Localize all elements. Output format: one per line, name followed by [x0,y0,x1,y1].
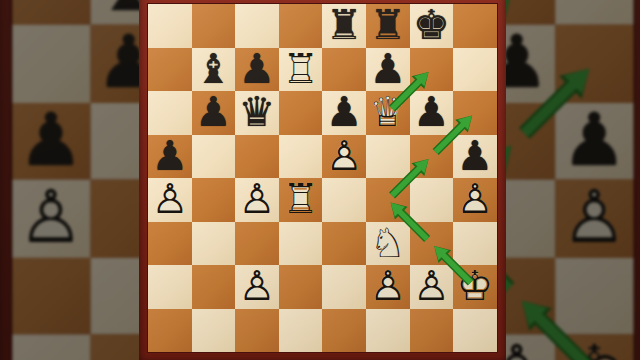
square-g2: ♟♙ [410,265,454,309]
square-e8: ♜ [322,4,366,48]
square-a7 [148,48,192,92]
square-h5: ♟ [453,135,497,179]
square-b5 [192,135,236,179]
square-b6: ♟ [192,91,236,135]
square-b4 [192,178,236,222]
square-g8: ♚ [410,4,454,48]
black-pawn-b6: ♟ [192,91,236,135]
square-g1 [410,309,454,353]
square-f5 [366,135,410,179]
black-queen-c6: ♛ [235,91,279,135]
square-c2: ♟♙ [235,265,279,309]
square-h6 [453,91,497,135]
square-b7: ♝ [192,48,236,92]
white-rook-d4: ♜♖ [279,178,323,222]
square-e5: ♟♙ [322,135,366,179]
square-a8 [148,4,192,48]
white-knight-f3: ♞♘ [366,222,410,266]
square-h2: ♚♔ [453,265,497,309]
white-pawn-a4: ♟♙ [148,178,192,222]
black-pawn-e6: ♟ [322,91,366,135]
white-king-h2: ♚♔ [453,265,497,309]
white-pawn-e5: ♟♙ [322,135,366,179]
square-d1 [279,309,323,353]
square-d6 [279,91,323,135]
square-f1 [366,309,410,353]
square-c3 [235,222,279,266]
square-b1 [192,309,236,353]
square-g5 [410,135,454,179]
black-king-g8: ♚ [410,4,454,48]
square-a6 [148,91,192,135]
square-e2 [322,265,366,309]
square-a2 [148,265,192,309]
square-g6: ♟ [410,91,454,135]
square-f7: ♟ [366,48,410,92]
square-d5 [279,135,323,179]
square-c6: ♛ [235,91,279,135]
white-pawn-c4: ♟♙ [235,178,279,222]
black-pawn-c7: ♟ [235,48,279,92]
square-d2 [279,265,323,309]
black-bishop-b7: ♝ [192,48,236,92]
board-assembly: ♜♜♚♝♟♜♖♟♟♛♟♛♕♟♟♟♙♟♟♙♟♙♜♖♟♙♞♘♟♙♟♙♟♙♚♔ [0,0,640,360]
square-f8: ♜ [366,4,410,48]
video-frame: ♜♜♚♝♟♜♖♟♟♛♟♛♕♟♟♟♙♟♟♙♟♙♜♖♟♙♞♘♟♙♟♙♟♙♚♔ ♜♜♚… [0,0,640,360]
square-e7 [322,48,366,92]
black-rook-f8: ♜ [366,4,410,48]
board-frame: ♜♜♚♝♟♜♖♟♟♛♟♛♕♟♟♟♙♟♟♙♟♙♜♖♟♙♞♘♟♙♟♙♟♙♚♔ [139,0,506,360]
white-pawn-g2: ♟♙ [410,265,454,309]
square-b2 [192,265,236,309]
square-a1 [148,309,192,353]
square-c8 [235,4,279,48]
square-f3: ♞♘ [366,222,410,266]
square-e3 [322,222,366,266]
square-c5 [235,135,279,179]
square-f6: ♛♕ [366,91,410,135]
chessboard-layer: ♜♜♚♝♟♜♖♟♟♛♟♛♕♟♟♟♙♟♟♙♟♙♜♖♟♙♞♘♟♙♟♙♟♙♚♔ [0,0,640,360]
black-pawn-a5: ♟ [148,135,192,179]
white-rook-d7: ♜♖ [279,48,323,92]
square-e6: ♟ [322,91,366,135]
square-b3 [192,222,236,266]
square-f4 [366,178,410,222]
square-c7: ♟ [235,48,279,92]
square-h3 [453,222,497,266]
square-d3 [279,222,323,266]
square-h4: ♟♙ [453,178,497,222]
black-pawn-f7: ♟ [366,48,410,92]
square-g4 [410,178,454,222]
square-e1 [322,309,366,353]
square-a4: ♟♙ [148,178,192,222]
white-pawn-c2: ♟♙ [235,265,279,309]
square-g7 [410,48,454,92]
square-a3 [148,222,192,266]
square-h1 [453,309,497,353]
white-queen-f6: ♛♕ [366,91,410,135]
square-h7 [453,48,497,92]
white-pawn-f2: ♟♙ [366,265,410,309]
square-f2: ♟♙ [366,265,410,309]
square-a5: ♟ [148,135,192,179]
black-pawn-g6: ♟ [410,91,454,135]
square-d4: ♜♖ [279,178,323,222]
chessboard: ♜♜♚♝♟♜♖♟♟♛♟♛♕♟♟♟♙♟♟♙♟♙♜♖♟♙♞♘♟♙♟♙♟♙♚♔ [148,4,497,352]
black-rook-e8: ♜ [322,4,366,48]
square-h8 [453,4,497,48]
square-c4: ♟♙ [235,178,279,222]
black-pawn-h5: ♟ [453,135,497,179]
square-e4 [322,178,366,222]
square-d7: ♜♖ [279,48,323,92]
square-g3 [410,222,454,266]
square-d8 [279,4,323,48]
square-c1 [235,309,279,353]
white-pawn-h4: ♟♙ [453,178,497,222]
square-b8 [192,4,236,48]
